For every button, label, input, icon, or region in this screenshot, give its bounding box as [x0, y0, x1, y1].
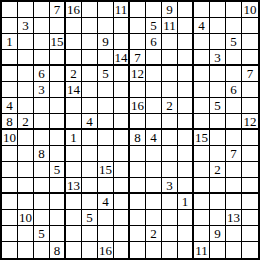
cell-r14c3[interactable] — [34, 210, 50, 226]
cell-r6c16[interactable] — [242, 82, 258, 98]
cell-r8c14[interactable] — [210, 114, 226, 130]
cell-r3c14[interactable] — [210, 34, 226, 50]
cell-r1c12[interactable] — [178, 2, 194, 18]
cell-r10c11[interactable] — [162, 146, 178, 162]
cell-r15c11[interactable] — [162, 226, 178, 242]
cell-r14c5[interactable] — [66, 210, 82, 226]
cell-r1c14[interactable] — [210, 2, 226, 18]
cell-r12c12[interactable] — [178, 178, 194, 194]
cell-r11c8[interactable] — [114, 162, 130, 178]
cell-r11c5[interactable] — [66, 162, 82, 178]
cell-r9c2[interactable] — [18, 130, 34, 146]
cell-r16c16[interactable] — [242, 242, 258, 258]
cell-r10c1[interactable] — [2, 146, 18, 162]
cell-r13c15[interactable] — [226, 194, 242, 210]
cell-r12c1[interactable] — [2, 178, 18, 194]
cell-r7c1-given: 4 — [2, 98, 18, 114]
cell-r4c13[interactable] — [194, 50, 210, 66]
cell-r6c4[interactable] — [50, 82, 66, 98]
cell-r5c4[interactable] — [50, 66, 66, 82]
cell-r8c3[interactable] — [34, 114, 50, 130]
cell-r8c15[interactable] — [226, 114, 242, 130]
cell-r13c3[interactable] — [34, 194, 50, 210]
cell-r10c16[interactable] — [242, 146, 258, 162]
cell-r6c14[interactable] — [210, 82, 226, 98]
cell-r13c10[interactable] — [146, 194, 162, 210]
cell-r12c7[interactable] — [98, 178, 114, 194]
cell-r12c5-given: 13 — [66, 178, 82, 194]
cell-r3c9[interactable] — [130, 34, 146, 50]
cell-r9c4[interactable] — [50, 130, 66, 146]
cell-r3c12[interactable] — [178, 34, 194, 50]
cell-r11c10[interactable] — [146, 162, 162, 178]
cell-r4c16[interactable] — [242, 50, 258, 66]
cell-r16c5[interactable] — [66, 242, 82, 258]
cell-r2c3[interactable] — [34, 18, 50, 34]
cell-r11c1[interactable] — [2, 162, 18, 178]
cell-r2c6[interactable] — [82, 18, 98, 34]
cell-r14c12[interactable] — [178, 210, 194, 226]
cell-r7c4[interactable] — [50, 98, 66, 114]
cell-r13c4[interactable] — [50, 194, 66, 210]
cell-r4c8-given: 14 — [114, 50, 130, 66]
cell-r11c2[interactable] — [18, 162, 34, 178]
cell-r11c4-given: 5 — [50, 162, 66, 178]
cell-r5c2[interactable] — [18, 66, 34, 82]
cell-r2c8[interactable] — [114, 18, 130, 34]
sudoku-board: 7161191035114115965147362512731464162582… — [0, 0, 260, 260]
cell-r2c11-given: 11 — [162, 18, 178, 34]
cell-r16c7-given: 16 — [98, 242, 114, 258]
cell-r11c6[interactable] — [82, 162, 98, 178]
cell-r3c11[interactable] — [162, 34, 178, 50]
cell-r1c13[interactable] — [194, 2, 210, 18]
cell-r9c8[interactable] — [114, 130, 130, 146]
cell-r16c8[interactable] — [114, 242, 130, 258]
cell-r9c10-given: 4 — [146, 130, 162, 146]
cell-r1c16-given: 10 — [242, 2, 258, 18]
cell-r6c15-given: 6 — [226, 82, 242, 98]
cell-r7c9-given: 16 — [130, 98, 146, 114]
cell-r10c2[interactable] — [18, 146, 34, 162]
cell-r3c5[interactable] — [66, 34, 82, 50]
cell-r10c8[interactable] — [114, 146, 130, 162]
cell-r15c10-given: 2 — [146, 226, 162, 242]
cell-r3c8[interactable] — [114, 34, 130, 50]
cell-r2c14[interactable] — [210, 18, 226, 34]
cell-r8c9[interactable] — [130, 114, 146, 130]
cell-r15c4[interactable] — [50, 226, 66, 242]
cell-r1c5-given: 16 — [66, 2, 82, 18]
cell-r1c1[interactable] — [2, 2, 18, 18]
cell-r5c11[interactable] — [162, 66, 178, 82]
cell-r5c9-given: 12 — [130, 66, 146, 82]
cell-r8c4[interactable] — [50, 114, 66, 130]
cell-r6c6[interactable] — [82, 82, 98, 98]
cell-r15c16[interactable] — [242, 226, 258, 242]
cell-r14c1[interactable] — [2, 210, 18, 226]
cell-r4c11[interactable] — [162, 50, 178, 66]
cell-r13c2[interactable] — [18, 194, 34, 210]
cell-r12c6[interactable] — [82, 178, 98, 194]
cell-r15c3-given: 5 — [34, 226, 50, 242]
cell-r8c7[interactable] — [98, 114, 114, 130]
cell-r5c10[interactable] — [146, 66, 162, 82]
cell-r14c6-given: 5 — [82, 210, 98, 226]
cell-r4c5[interactable] — [66, 50, 82, 66]
cell-r14c2-given: 10 — [18, 210, 34, 226]
cell-r15c14-given: 9 — [210, 226, 226, 242]
cell-r16c13-given: 11 — [194, 242, 210, 258]
cell-r10c7[interactable] — [98, 146, 114, 162]
cell-r3c3[interactable] — [34, 34, 50, 50]
cell-r7c8[interactable] — [114, 98, 130, 114]
cell-r6c12[interactable] — [178, 82, 194, 98]
cell-r10c5[interactable] — [66, 146, 82, 162]
cell-r5c15[interactable] — [226, 66, 242, 82]
cell-r3c15-given: 5 — [226, 34, 242, 50]
cell-r4c1[interactable] — [2, 50, 18, 66]
cell-r9c3[interactable] — [34, 130, 50, 146]
cell-r9c12[interactable] — [178, 130, 194, 146]
cell-r13c9[interactable] — [130, 194, 146, 210]
cell-r12c15[interactable] — [226, 178, 242, 194]
cell-r5c6[interactable] — [82, 66, 98, 82]
cell-r4c10[interactable] — [146, 50, 162, 66]
cell-r9c11[interactable] — [162, 130, 178, 146]
cell-r15c5[interactable] — [66, 226, 82, 242]
cell-r2c2-given: 3 — [18, 18, 34, 34]
cell-r4c3[interactable] — [34, 50, 50, 66]
cell-r6c10[interactable] — [146, 82, 162, 98]
cell-r15c9[interactable] — [130, 226, 146, 242]
cell-r3c2[interactable] — [18, 34, 34, 50]
cell-r10c4[interactable] — [50, 146, 66, 162]
cell-r11c11[interactable] — [162, 162, 178, 178]
cell-r9c9-given: 8 — [130, 130, 146, 146]
cell-r15c15[interactable] — [226, 226, 242, 242]
cell-r1c15[interactable] — [226, 2, 242, 18]
cell-r16c6[interactable] — [82, 242, 98, 258]
cell-r6c1[interactable] — [2, 82, 18, 98]
cell-r13c6[interactable] — [82, 194, 98, 210]
cell-r3c10-given: 6 — [146, 34, 162, 50]
cell-r9c1-given: 10 — [2, 130, 18, 146]
cell-r10c10[interactable] — [146, 146, 162, 162]
cell-r5c1[interactable] — [2, 66, 18, 82]
cell-r5c13[interactable] — [194, 66, 210, 82]
cell-r11c16[interactable] — [242, 162, 258, 178]
cell-r10c9[interactable] — [130, 146, 146, 162]
cell-r1c11-given: 9 — [162, 2, 178, 18]
cell-r12c4[interactable] — [50, 178, 66, 194]
cell-r8c16-given: 12 — [242, 114, 258, 130]
cell-r1c10[interactable] — [146, 2, 162, 18]
cell-r13c13[interactable] — [194, 194, 210, 210]
cell-r12c8[interactable] — [114, 178, 130, 194]
cell-r15c7[interactable] — [98, 226, 114, 242]
cell-r6c3-given: 3 — [34, 82, 50, 98]
cell-r6c8[interactable] — [114, 82, 130, 98]
cell-r8c6-given: 4 — [82, 114, 98, 130]
cell-r6c13[interactable] — [194, 82, 210, 98]
cell-r13c14[interactable] — [210, 194, 226, 210]
cell-r16c15[interactable] — [226, 242, 242, 258]
cell-r9c14[interactable] — [210, 130, 226, 146]
cell-r14c8[interactable] — [114, 210, 130, 226]
cell-r3c13[interactable] — [194, 34, 210, 50]
cell-r16c4-given: 8 — [50, 242, 66, 258]
cell-r2c13-given: 4 — [194, 18, 210, 34]
cell-r12c3[interactable] — [34, 178, 50, 194]
cell-r2c10-given: 5 — [146, 18, 162, 34]
cell-r7c12[interactable] — [178, 98, 194, 114]
cell-r2c15[interactable] — [226, 18, 242, 34]
cell-r10c13[interactable] — [194, 146, 210, 162]
cell-r11c13[interactable] — [194, 162, 210, 178]
cell-r1c4-given: 7 — [50, 2, 66, 18]
cell-r5c8[interactable] — [114, 66, 130, 82]
cell-r4c6[interactable] — [82, 50, 98, 66]
cell-r13c1[interactable] — [2, 194, 18, 210]
cell-r4c4[interactable] — [50, 50, 66, 66]
cell-r8c8[interactable] — [114, 114, 130, 130]
cell-r10c6[interactable] — [82, 146, 98, 162]
cell-r8c5[interactable] — [66, 114, 82, 130]
cell-r15c1[interactable] — [2, 226, 18, 242]
cell-r16c12[interactable] — [178, 242, 194, 258]
cell-r11c12[interactable] — [178, 162, 194, 178]
cell-r12c10[interactable] — [146, 178, 162, 194]
cell-r5c14[interactable] — [210, 66, 226, 82]
cell-r1c3[interactable] — [34, 2, 50, 18]
cell-r9c5-given: 1 — [66, 130, 82, 146]
cell-r7c2[interactable] — [18, 98, 34, 114]
cell-r7c15[interactable] — [226, 98, 242, 114]
cell-r3c1-given: 1 — [2, 34, 18, 50]
cell-r3c7-given: 9 — [98, 34, 114, 50]
cell-r12c14[interactable] — [210, 178, 226, 194]
cell-r8c13[interactable] — [194, 114, 210, 130]
cell-r9c15[interactable] — [226, 130, 242, 146]
cell-r16c11[interactable] — [162, 242, 178, 258]
cell-r7c16[interactable] — [242, 98, 258, 114]
cell-r13c11[interactable] — [162, 194, 178, 210]
cell-r6c9[interactable] — [130, 82, 146, 98]
cell-r14c16[interactable] — [242, 210, 258, 226]
cell-r16c10[interactable] — [146, 242, 162, 258]
cell-r14c10[interactable] — [146, 210, 162, 226]
cell-r1c8-given: 11 — [114, 2, 130, 18]
cell-r9c6[interactable] — [82, 130, 98, 146]
cell-r2c1[interactable] — [2, 18, 18, 34]
cell-r9c13-given: 15 — [194, 130, 210, 146]
cell-r13c5[interactable] — [66, 194, 82, 210]
cell-r1c9[interactable] — [130, 2, 146, 18]
cell-r9c16[interactable] — [242, 130, 258, 146]
cell-r4c7[interactable] — [98, 50, 114, 66]
cell-r12c13[interactable] — [194, 178, 210, 194]
cell-r11c15[interactable] — [226, 162, 242, 178]
cell-r9c7[interactable] — [98, 130, 114, 146]
cell-r13c7-given: 4 — [98, 194, 114, 210]
cell-r5c7-given: 5 — [98, 66, 114, 82]
cell-r14c13[interactable] — [194, 210, 210, 226]
cell-r2c9[interactable] — [130, 18, 146, 34]
cell-r13c12-given: 1 — [178, 194, 194, 210]
cell-r7c6[interactable] — [82, 98, 98, 114]
cell-r7c10[interactable] — [146, 98, 162, 114]
cell-r7c5[interactable] — [66, 98, 82, 114]
cell-r16c14[interactable] — [210, 242, 226, 258]
cell-r11c3[interactable] — [34, 162, 50, 178]
cell-r11c7-given: 15 — [98, 162, 114, 178]
cell-r16c1[interactable] — [2, 242, 18, 258]
cell-r14c14[interactable] — [210, 210, 226, 226]
cell-r3c6[interactable] — [82, 34, 98, 50]
cell-r16c9[interactable] — [130, 242, 146, 258]
cell-r4c15[interactable] — [226, 50, 242, 66]
cell-r10c14[interactable] — [210, 146, 226, 162]
cell-r4c14-given: 3 — [210, 50, 226, 66]
cell-r15c2[interactable] — [18, 226, 34, 242]
cell-r14c4[interactable] — [50, 210, 66, 226]
cell-r6c11[interactable] — [162, 82, 178, 98]
cell-r2c16[interactable] — [242, 18, 258, 34]
cell-r1c7[interactable] — [98, 2, 114, 18]
cell-r7c11-given: 2 — [162, 98, 178, 114]
cell-r7c7[interactable] — [98, 98, 114, 114]
cell-r16c3[interactable] — [34, 242, 50, 258]
cell-r8c11[interactable] — [162, 114, 178, 130]
cell-r5c5-given: 2 — [66, 66, 82, 82]
cell-r15c8[interactable] — [114, 226, 130, 242]
cell-r7c13[interactable] — [194, 98, 210, 114]
cell-r11c14-given: 2 — [210, 162, 226, 178]
cell-r15c12[interactable] — [178, 226, 194, 242]
cell-r5c12[interactable] — [178, 66, 194, 82]
cell-r5c3-given: 6 — [34, 66, 50, 82]
cell-r2c12[interactable] — [178, 18, 194, 34]
cell-r8c10[interactable] — [146, 114, 162, 130]
cell-r10c3-given: 8 — [34, 146, 50, 162]
cell-r7c14-given: 5 — [210, 98, 226, 114]
cell-r14c9[interactable] — [130, 210, 146, 226]
cell-r14c7[interactable] — [98, 210, 114, 226]
cell-r6c5-given: 14 — [66, 82, 82, 98]
cell-r2c4[interactable] — [50, 18, 66, 34]
cell-r5c16-given: 7 — [242, 66, 258, 82]
cell-r8c1-given: 8 — [2, 114, 18, 130]
cell-r2c7[interactable] — [98, 18, 114, 34]
cell-r8c12[interactable] — [178, 114, 194, 130]
cell-r4c9-given: 7 — [130, 50, 146, 66]
cell-r4c2[interactable] — [18, 50, 34, 66]
cell-r14c11[interactable] — [162, 210, 178, 226]
cell-r1c6[interactable] — [82, 2, 98, 18]
cell-r12c9[interactable] — [130, 178, 146, 194]
cell-r12c16[interactable] — [242, 178, 258, 194]
cell-r1c2[interactable] — [18, 2, 34, 18]
cell-r3c16[interactable] — [242, 34, 258, 50]
cell-r10c15-given: 7 — [226, 146, 242, 162]
cell-r12c2[interactable] — [18, 178, 34, 194]
cell-r8c2-given: 2 — [18, 114, 34, 130]
cell-r16c2[interactable] — [18, 242, 34, 258]
cell-r13c8[interactable] — [114, 194, 130, 210]
cell-r13c16[interactable] — [242, 194, 258, 210]
cell-r7c3[interactable] — [34, 98, 50, 114]
cell-r6c2[interactable] — [18, 82, 34, 98]
cell-r10c12[interactable] — [178, 146, 194, 162]
cell-r4c12[interactable] — [178, 50, 194, 66]
cell-r2c5[interactable] — [66, 18, 82, 34]
cell-r11c9[interactable] — [130, 162, 146, 178]
cell-r14c15-given: 13 — [226, 210, 242, 226]
cell-r15c13[interactable] — [194, 226, 210, 242]
cell-r3c4-given: 15 — [50, 34, 66, 50]
cell-r15c6[interactable] — [82, 226, 98, 242]
cell-r6c7[interactable] — [98, 82, 114, 98]
cell-r12c11-given: 3 — [162, 178, 178, 194]
